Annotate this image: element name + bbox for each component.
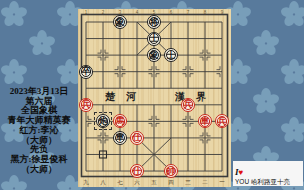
watermark-line2: YOU 哈利路亚十亮 xyxy=(235,179,303,186)
piece-char: 炮 xyxy=(99,117,108,126)
piece-char: 象 xyxy=(150,51,159,60)
piece-red-soldier[interactable]: 兵 xyxy=(79,98,93,112)
piece-red-advisor[interactable]: 仕 xyxy=(130,164,144,178)
piece-char: 卒 xyxy=(82,67,91,76)
piece-black-chariot[interactable]: 車 xyxy=(113,131,127,145)
piece-black-advisor[interactable]: 士 xyxy=(164,48,178,62)
piece-black-advisor[interactable]: 士 xyxy=(147,32,161,46)
piece-char: 帥 xyxy=(167,167,176,176)
piece-char: 士 xyxy=(150,34,159,43)
xiangqi-board: 楚河 漢界 123456789九八七六五四三二一 象将士象士卒兵兵炮馬車兵車仕仕… xyxy=(78,9,231,187)
heart-icon: ♥ xyxy=(239,168,244,177)
piece-char: 兵 xyxy=(218,117,227,126)
piece-char: 車 xyxy=(116,133,125,142)
event-info: 2023年3月13日第六届全国象棋青年大师精英赛红方:李沁（大师）先负黑方:徐昱… xyxy=(0,87,78,174)
piece-char: 兵 xyxy=(82,100,91,109)
piece-black-elephant[interactable]: 象 xyxy=(147,48,161,62)
piece-red-chariot[interactable]: 車 xyxy=(198,114,212,128)
piece-char: 兵 xyxy=(184,100,193,109)
piece-red-soldier[interactable]: 兵 xyxy=(181,98,195,112)
piece-char: 馬 xyxy=(116,117,125,126)
piece-red-advisor[interactable]: 仕 xyxy=(130,131,144,145)
piece-char: 士 xyxy=(167,51,176,60)
piece-red-soldier[interactable]: 兵 xyxy=(215,114,229,128)
piece-red-general[interactable]: 帥 xyxy=(164,164,178,178)
event-info-line: （大师） xyxy=(0,165,78,175)
piece-char: 車 xyxy=(201,117,210,126)
piece-char: 仕 xyxy=(133,167,142,176)
piece-black-general[interactable]: 将 xyxy=(147,15,161,29)
piece-black-elephant[interactable]: 象 xyxy=(113,15,127,29)
watermark-line1: I♥ xyxy=(235,162,303,179)
piece-red-horse[interactable]: 馬 xyxy=(113,114,127,128)
piece-char: 仕 xyxy=(133,133,142,142)
piece-char: 象 xyxy=(116,18,125,27)
pieces-layer: 象将士象士卒兵兵炮馬車兵車仕仕帥 xyxy=(78,9,231,187)
piece-black-soldier[interactable]: 卒 xyxy=(79,65,93,79)
watermark: I♥ YOU 哈利路亚十亮 xyxy=(233,161,303,186)
piece-char: 将 xyxy=(150,18,159,27)
